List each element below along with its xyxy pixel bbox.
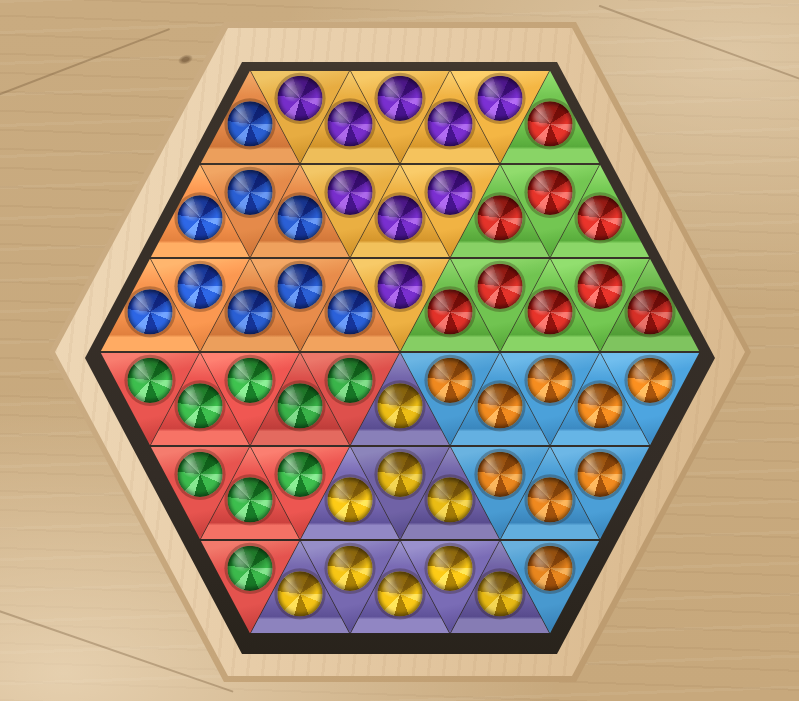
purple-gem bbox=[477, 76, 522, 121]
green-gem bbox=[327, 358, 372, 403]
green-gem bbox=[227, 477, 272, 522]
plank-seam bbox=[599, 5, 799, 86]
photo-scene bbox=[0, 0, 799, 701]
wood-knot bbox=[177, 53, 194, 66]
yellow-gem bbox=[377, 571, 422, 616]
blue-gem bbox=[227, 170, 272, 215]
orange-gem bbox=[577, 452, 622, 497]
purple-gem bbox=[427, 170, 472, 215]
red-gem bbox=[627, 289, 672, 334]
orange-gem bbox=[627, 358, 672, 403]
blue-gem bbox=[177, 195, 222, 240]
orange-gem bbox=[427, 358, 472, 403]
yellow-gem bbox=[327, 477, 372, 522]
yellow-gem bbox=[377, 452, 422, 497]
green-gem bbox=[177, 452, 222, 497]
red-gem bbox=[477, 195, 522, 240]
purple-gem bbox=[277, 76, 322, 121]
orange-gem bbox=[527, 358, 572, 403]
yellow-gem bbox=[327, 546, 372, 591]
blue-gem bbox=[127, 289, 172, 334]
blue-gem bbox=[177, 264, 222, 309]
purple-gem bbox=[377, 264, 422, 309]
green-gem bbox=[227, 358, 272, 403]
green-gem bbox=[277, 452, 322, 497]
orange-gem bbox=[527, 477, 572, 522]
blue-gem bbox=[227, 101, 272, 146]
red-gem bbox=[527, 170, 572, 215]
yellow-gem bbox=[427, 546, 472, 591]
red-gem bbox=[577, 264, 622, 309]
yellow-gem bbox=[277, 571, 322, 616]
green-gem bbox=[227, 546, 272, 591]
green-gem bbox=[277, 383, 322, 428]
orange-gem bbox=[477, 383, 522, 428]
purple-gem bbox=[377, 195, 422, 240]
red-gem bbox=[427, 289, 472, 334]
red-gem bbox=[577, 195, 622, 240]
plank-seam bbox=[0, 28, 170, 98]
blue-gem bbox=[277, 264, 322, 309]
green-gem bbox=[127, 358, 172, 403]
blue-gem bbox=[277, 195, 322, 240]
yellow-gem bbox=[427, 477, 472, 522]
yellow-gem bbox=[477, 571, 522, 616]
purple-gem bbox=[427, 101, 472, 146]
purple-gem bbox=[327, 170, 372, 215]
blue-gem bbox=[327, 289, 372, 334]
orange-gem bbox=[477, 452, 522, 497]
blue-gem bbox=[227, 289, 272, 334]
red-gem bbox=[527, 101, 572, 146]
red-gem bbox=[477, 264, 522, 309]
green-gem bbox=[177, 383, 222, 428]
red-gem bbox=[527, 289, 572, 334]
orange-gem bbox=[577, 383, 622, 428]
yellow-gem bbox=[377, 383, 422, 428]
purple-gem bbox=[327, 101, 372, 146]
purple-gem bbox=[377, 76, 422, 121]
triangle-mosaic-board bbox=[100, 70, 700, 634]
orange-gem bbox=[527, 546, 572, 591]
